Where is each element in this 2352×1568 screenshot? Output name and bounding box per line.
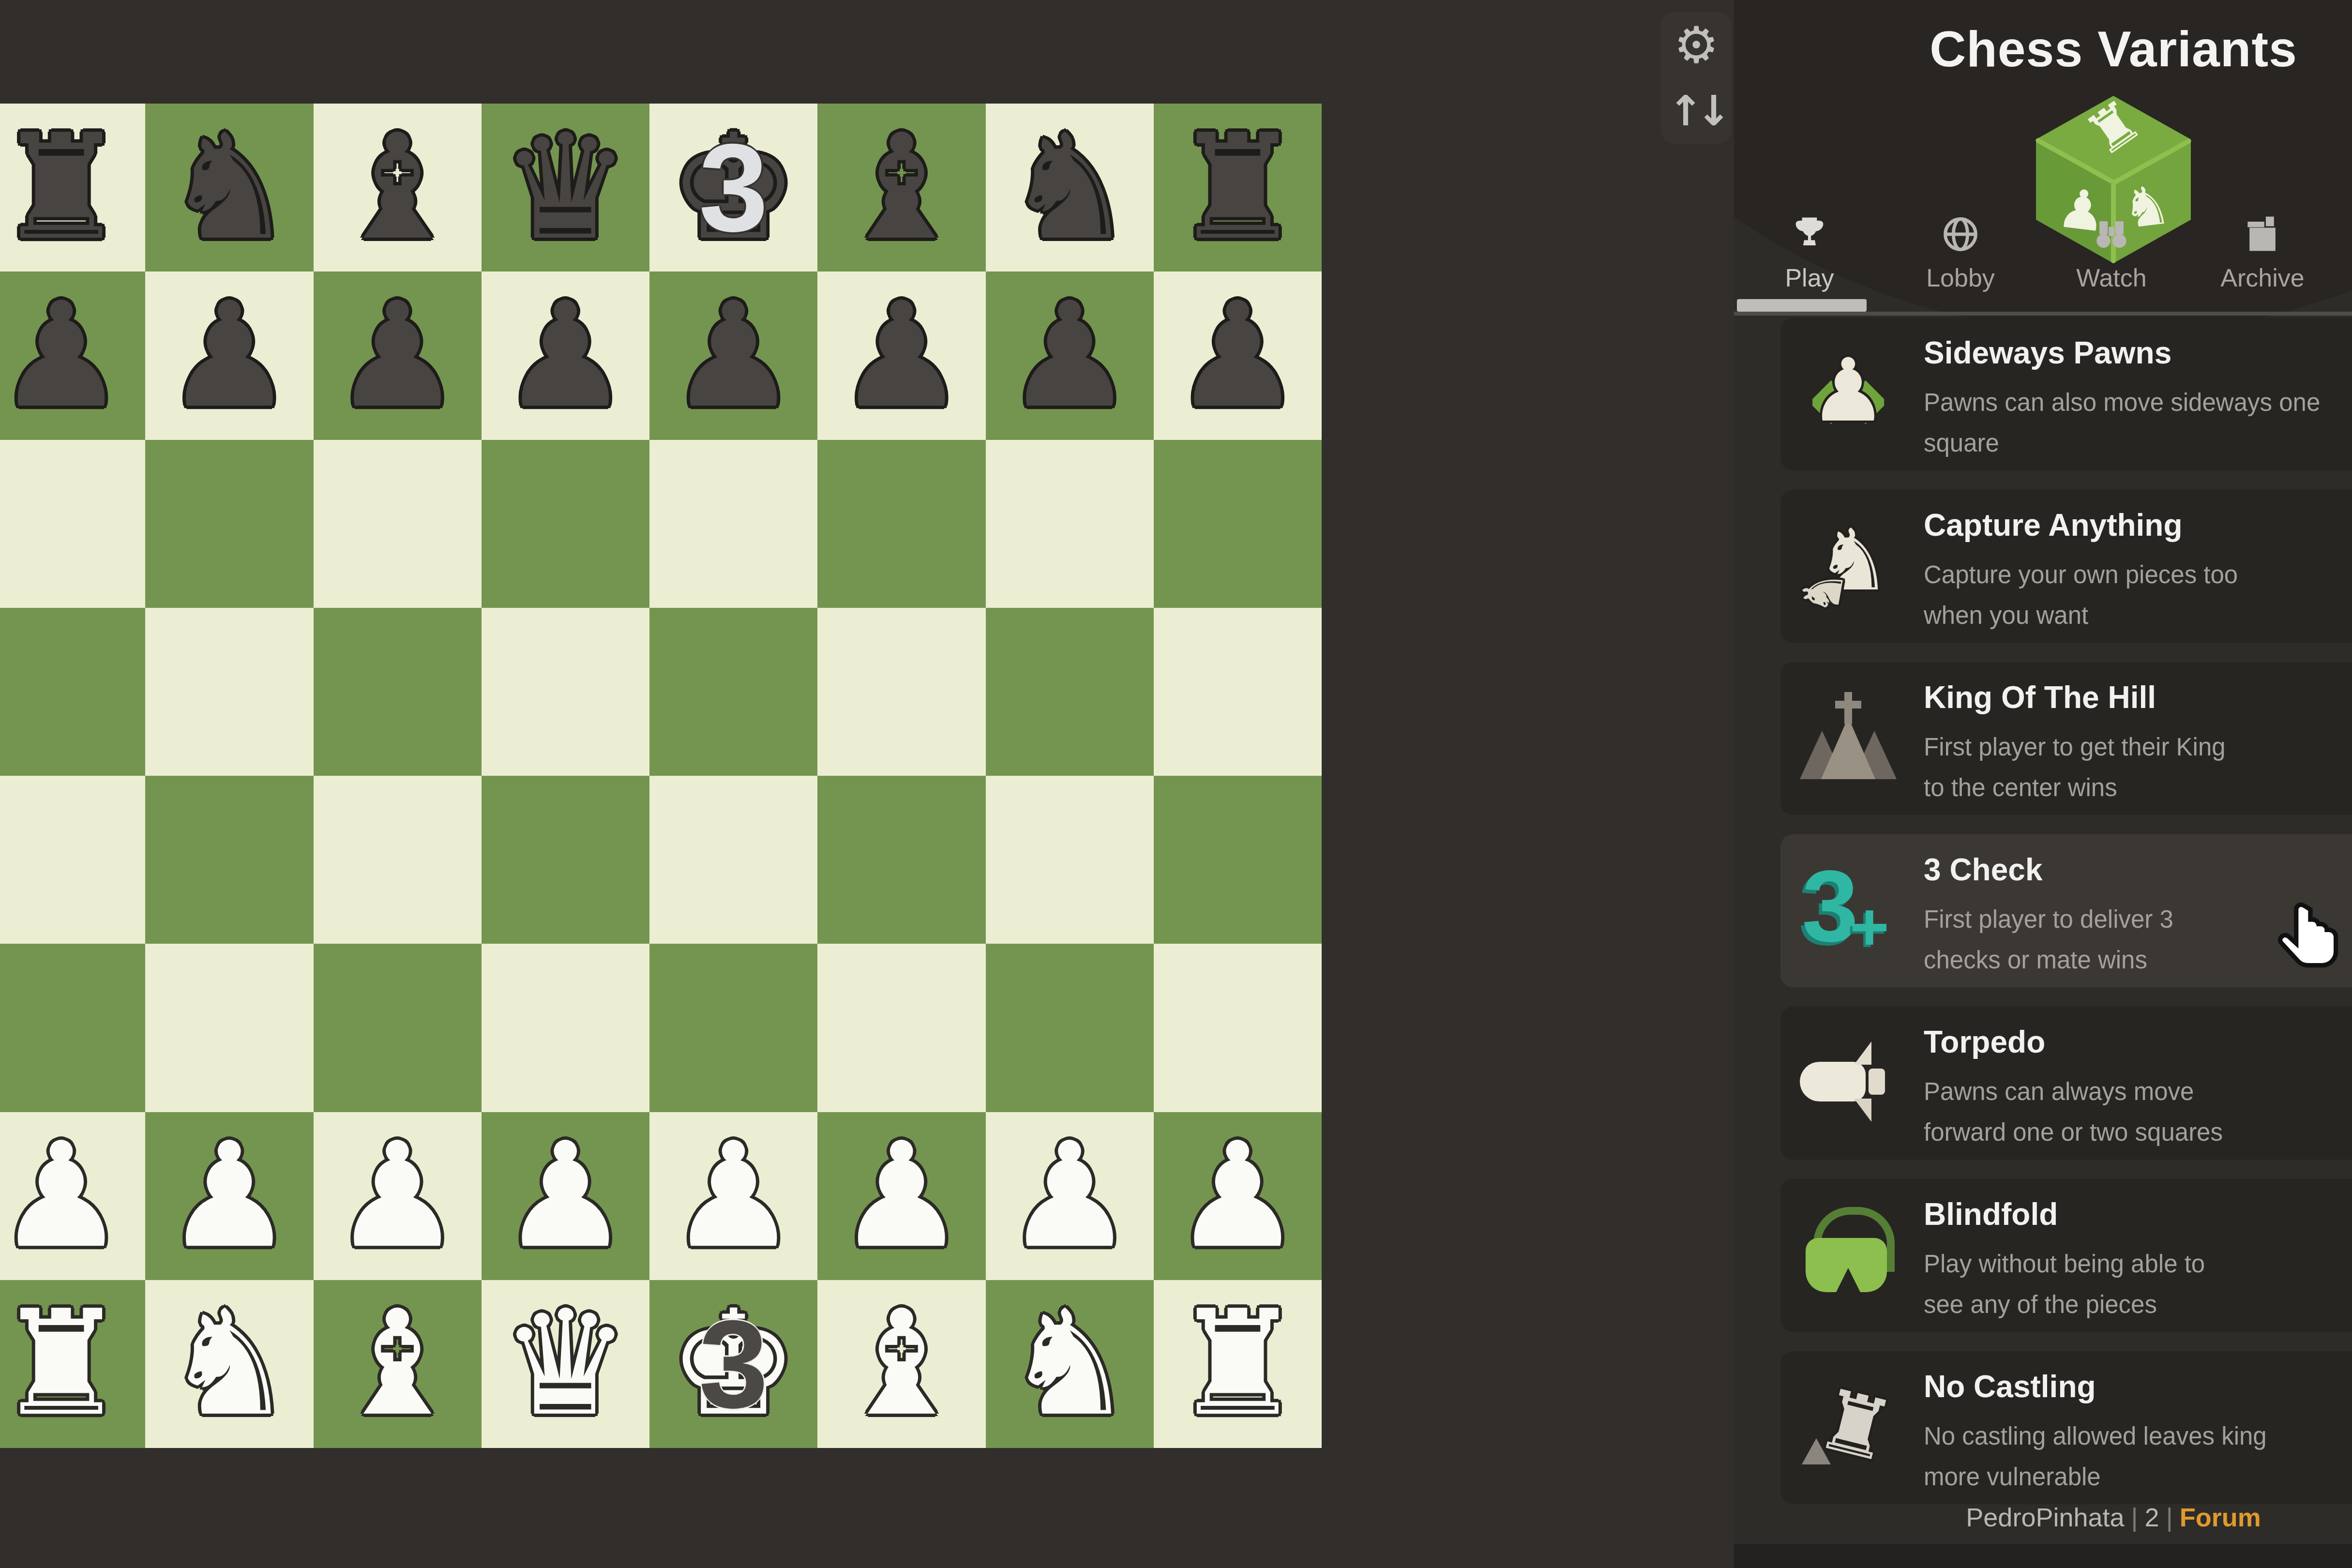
footer-author: PedroPinhata [1966, 1503, 2124, 1532]
chess-board: ♜♞♝♛♚3♝♞♜♟♟♟♟♟♟♟♟♟♟♟♟♟♟♟♟♜♞♝♛♚3♝♞♜ [0, 104, 1322, 1448]
white-pawn[interactable]: ♟ [482, 1112, 649, 1280]
square-e2[interactable]: ♟ [649, 1112, 817, 1280]
footer-separator: | [2159, 1503, 2180, 1532]
black-rook[interactable]: ♜ [1154, 104, 1322, 271]
tab-lobby[interactable]: Lobby [1885, 212, 2036, 302]
variant-description: Pawns can always moveforward one or two … [1924, 1071, 2223, 1153]
pawn-glyph: ♟ [1809, 347, 1887, 434]
square-h4[interactable] [1154, 776, 1322, 944]
black-pawn[interactable]: ♟ [145, 271, 313, 439]
square-f6[interactable] [817, 440, 985, 608]
square-b1[interactable]: ♞ [145, 1280, 313, 1448]
tab-watch[interactable]: Watch [2036, 212, 2187, 302]
tab-archive[interactable]: Archive [2187, 212, 2338, 302]
black-queen[interactable]: ♛ [482, 104, 649, 271]
white-queen[interactable]: ♛ [482, 1280, 649, 1448]
hill-icon [1821, 717, 1875, 779]
rook-fragment [1802, 1438, 1831, 1464]
variant-description: First player to deliver 3checks or mate … [1924, 899, 2173, 980]
variant-title: Blindfold [1924, 1196, 2058, 1232]
square-f5[interactable] [817, 608, 985, 776]
variant-title: Torpedo [1924, 1024, 2045, 1060]
tab-play-label: Play [1785, 263, 1834, 292]
black-bishop[interactable]: ♝ [314, 104, 482, 271]
app-window: ♜♞♝♛♚3♝♞♜♟♟♟♟♟♟♟♟♟♟♟♟♟♟♟♟♜♞♝♛♚3♝♞♜ ⚙ ↑↓ … [0, 0, 2352, 1568]
variant-description: Capture your own pieces toowhen you want [1924, 555, 2238, 636]
variant-description: No castling allowed leaves kingmore vuln… [1924, 1416, 2267, 1497]
white-bishop[interactable]: ♝ [314, 1280, 482, 1448]
capture-anything-icon: ♞♞ [1795, 513, 1901, 619]
square-b5[interactable] [145, 608, 313, 776]
variant-description: Play without being able tosee any of the… [1924, 1244, 2205, 1325]
white-king[interactable]: ♚ [649, 1280, 817, 1448]
square-g8[interactable]: ♞ [986, 104, 1154, 271]
variant-item-torpedo[interactable]: TorpedoPawns can always moveforward one … [1780, 1007, 2352, 1160]
square-d1[interactable]: ♛ [482, 1280, 649, 1448]
square-c8[interactable]: ♝ [314, 104, 482, 271]
torpedo-fin [1854, 1041, 1871, 1065]
binoculars-icon [2089, 212, 2134, 256]
trophy-icon [1787, 212, 1832, 256]
tab-archive-label: Archive [2220, 263, 2304, 292]
black-knight[interactable]: ♞ [145, 104, 313, 271]
square-g5[interactable] [986, 608, 1154, 776]
square-g1[interactable]: ♞ [986, 1280, 1154, 1448]
square-b6[interactable] [145, 440, 313, 608]
square-a1[interactable]: ♜ [0, 1280, 145, 1448]
white-pawn[interactable]: ♟ [314, 1112, 482, 1280]
blindfold-notch [1836, 1268, 1861, 1293]
square-e8[interactable]: ♚3 [649, 104, 817, 271]
square-b4[interactable] [145, 776, 313, 944]
panel-footer: PedroPinhata|2|Forum [1734, 1502, 2352, 1532]
square-f8[interactable]: ♝ [817, 104, 985, 271]
square-g6[interactable] [986, 440, 1154, 608]
square-f7[interactable]: ♟ [817, 271, 985, 439]
footer-count: 2 [2145, 1503, 2159, 1532]
square-h3[interactable] [1154, 944, 1322, 1112]
variant-title: 3 Check [1924, 852, 2042, 888]
square-d2[interactable]: ♟ [482, 1112, 649, 1280]
white-pawn[interactable]: ♟ [0, 1112, 145, 1280]
square-b3[interactable] [145, 944, 313, 1112]
square-g3[interactable] [986, 944, 1154, 1112]
square-d8[interactable]: ♛ [482, 104, 649, 271]
tab-lobby-label: Lobby [1926, 263, 1995, 292]
variant-item-sideways-pawns[interactable]: ↔♟Sideways PawnsPawns can also move side… [1780, 317, 2352, 470]
variant-title: Sideways Pawns [1924, 335, 2171, 371]
tab-play[interactable]: Play [1734, 212, 1885, 302]
white-pawn[interactable]: ♟ [649, 1112, 817, 1280]
sideways-pawns-icon: ↔♟ [1795, 341, 1901, 447]
square-e4[interactable] [649, 776, 817, 944]
black-pawn[interactable]: ♟ [482, 271, 649, 439]
variant-item-no-castling[interactable]: ♜No CastlingNo castling allowed leaves k… [1780, 1351, 2352, 1504]
square-c3[interactable] [314, 944, 482, 1112]
square-a3[interactable] [0, 944, 145, 1112]
no-castling-icon: ♜ [1795, 1374, 1901, 1481]
black-rook[interactable]: ♜ [0, 104, 145, 271]
square-f1[interactable]: ♝ [817, 1280, 985, 1448]
settings-button[interactable]: ⚙ [1667, 18, 1725, 72]
torpedo-body [1800, 1062, 1866, 1101]
white-knight[interactable]: ♞ [986, 1280, 1154, 1448]
archive-icon [2240, 212, 2285, 256]
board-tools: ⚙ ↑↓ [1661, 12, 1732, 144]
square-e7[interactable]: ♟ [649, 271, 817, 439]
variant-title: King Of The Hill [1924, 679, 2156, 715]
square-f3[interactable] [817, 944, 985, 1112]
square-h6[interactable] [1154, 440, 1322, 608]
square-e6[interactable] [649, 440, 817, 608]
variant-item-3-check[interactable]: 3+3 CheckFirst player to deliver 3checks… [1780, 834, 2352, 987]
square-h2[interactable]: ♟ [1154, 1112, 1322, 1280]
white-rook[interactable]: ♜ [0, 1280, 145, 1448]
square-e1[interactable]: ♚3 [649, 1280, 817, 1448]
tab-watch-label: Watch [2076, 263, 2146, 292]
torpedo-tail [1869, 1069, 1885, 1095]
square-c4[interactable] [314, 776, 482, 944]
square-c6[interactable] [314, 440, 482, 608]
variant-title: Capture Anything [1924, 507, 2183, 543]
black-bishop[interactable]: ♝ [817, 104, 985, 271]
square-c2[interactable]: ♟ [314, 1112, 482, 1280]
white-pawn[interactable]: ♟ [986, 1112, 1154, 1280]
white-bishop[interactable]: ♝ [817, 1280, 985, 1448]
square-d7[interactable]: ♟ [482, 271, 649, 439]
panel-tabs: Play Lobby Watch Archive [1734, 212, 2338, 302]
square-h8[interactable]: ♜ [1154, 104, 1322, 271]
black-pawn[interactable]: ♟ [1154, 271, 1322, 439]
black-pawn[interactable]: ♟ [314, 271, 482, 439]
plus-glyph: + [1850, 893, 1889, 961]
torpedo-icon [1795, 1030, 1901, 1136]
square-d5[interactable] [482, 608, 649, 776]
king-cross-icon [1835, 701, 1861, 709]
square-a8[interactable]: ♜ [0, 104, 145, 271]
square-c1[interactable]: ♝ [314, 1280, 482, 1448]
variant-description: First player to get their Kingto the cen… [1924, 727, 2226, 808]
square-b8[interactable]: ♞ [145, 104, 313, 271]
square-f4[interactable] [817, 776, 985, 944]
white-pawn[interactable]: ♟ [1154, 1112, 1322, 1280]
square-e3[interactable] [649, 944, 817, 1112]
square-c5[interactable] [314, 608, 482, 776]
square-g7[interactable]: ♟ [986, 271, 1154, 439]
square-d6[interactable] [482, 440, 649, 608]
white-knight[interactable]: ♞ [145, 1280, 313, 1448]
globe-icon [1938, 212, 1983, 256]
variant-item-blindfold[interactable]: BlindfoldPlay without being able tosee a… [1780, 1179, 2352, 1332]
gear-icon: ⚙ [1674, 20, 1719, 70]
square-h1[interactable]: ♜ [1154, 1280, 1322, 1448]
black-knight[interactable]: ♞ [986, 104, 1154, 271]
footer-separator: | [2125, 1503, 2145, 1532]
square-e5[interactable] [649, 608, 817, 776]
captured-knight-glyph: ♞ [1793, 564, 1853, 619]
torpedo-fin [1854, 1099, 1871, 1122]
square-c7[interactable]: ♟ [314, 271, 482, 439]
square-d3[interactable] [482, 944, 649, 1112]
square-a4[interactable] [0, 776, 145, 944]
three-check-icon: 3+ [1795, 858, 1901, 964]
black-king[interactable]: ♚ [649, 104, 817, 271]
square-f2[interactable]: ♟ [817, 1112, 985, 1280]
variant-title: No Castling [1924, 1369, 2096, 1404]
blindfold-icon [1795, 1202, 1901, 1309]
square-h5[interactable] [1154, 608, 1322, 776]
square-a2[interactable]: ♟ [0, 1112, 145, 1280]
king-of-the-hill-icon [1795, 685, 1901, 792]
square-a5[interactable] [0, 608, 145, 776]
square-d4[interactable] [482, 776, 649, 944]
white-pawn[interactable]: ♟ [145, 1112, 313, 1280]
square-b2[interactable]: ♟ [145, 1112, 313, 1280]
black-pawn[interactable]: ♟ [0, 271, 145, 439]
black-pawn[interactable]: ♟ [649, 271, 817, 439]
tabs-divider [1734, 312, 2352, 316]
square-h7[interactable]: ♟ [1154, 271, 1322, 439]
square-g4[interactable] [986, 776, 1154, 944]
flip-board-button[interactable]: ↑↓ [1667, 84, 1725, 137]
white-rook[interactable]: ♜ [1154, 1280, 1322, 1448]
variant-item-king-of-the-hill[interactable]: King Of The HillFirst player to get thei… [1780, 662, 2352, 815]
page-title: Chess Variants [1734, 20, 2352, 78]
square-a6[interactable] [0, 440, 145, 608]
black-pawn[interactable]: ♟ [986, 271, 1154, 439]
variants-panel: Chess Variants ♜ ♟ ♞ Play Lo [1734, 0, 2352, 1568]
square-b7[interactable]: ♟ [145, 271, 313, 439]
active-tab-underline [1737, 299, 1867, 312]
variant-description: Pawns can also move sideways onesquare [1924, 382, 2320, 464]
footer-band [1734, 1544, 2352, 1568]
square-a7[interactable]: ♟ [0, 271, 145, 439]
black-pawn[interactable]: ♟ [817, 271, 985, 439]
white-pawn[interactable]: ♟ [817, 1112, 985, 1280]
variant-item-capture-anything[interactable]: ♞♞Capture AnythingCapture your own piece… [1780, 490, 2352, 643]
flip-board-icon: ↑↓ [1668, 90, 1724, 132]
square-g2[interactable]: ♟ [986, 1112, 1154, 1280]
footer-forum-link[interactable]: Forum [2180, 1503, 2261, 1532]
